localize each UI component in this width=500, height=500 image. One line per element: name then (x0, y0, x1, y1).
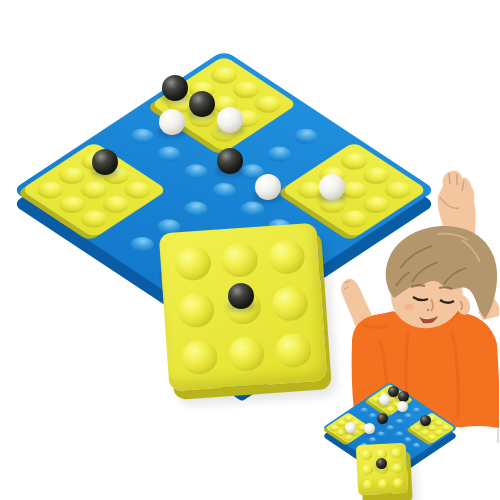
pop-bump-blue (179, 161, 212, 182)
pop-bump-blue (290, 125, 323, 146)
white-marble (319, 174, 345, 200)
black-marble (189, 91, 215, 117)
pop-bump-blue (385, 424, 396, 431)
pop-bump-blue (367, 436, 378, 443)
pop-bump-yellow (227, 336, 265, 372)
white-marble (397, 401, 408, 412)
pop-bump-yellow (377, 479, 389, 490)
white-marble (159, 109, 185, 135)
white-marble (217, 107, 243, 133)
pop-bump-blue (359, 407, 370, 414)
black-marble (217, 148, 243, 174)
pop-bump-yellow (362, 479, 374, 490)
pop-bump-yellow (392, 478, 404, 489)
pop-bump-blue (263, 143, 296, 164)
white-marble (379, 394, 390, 405)
pop-bump-blue (394, 418, 405, 425)
pop-bump-yellow (268, 238, 306, 274)
black-marble (420, 415, 431, 426)
black-marble (228, 283, 254, 309)
pop-bump-yellow (360, 449, 372, 460)
pop-bump-blue (402, 436, 413, 443)
crop-artifact-line (497, 429, 499, 443)
white-marble (255, 174, 281, 200)
toys-layer (0, 0, 500, 500)
pop-bump-yellow (173, 245, 211, 281)
pop-bump-yellow (271, 286, 309, 322)
pop-bump-blue (411, 407, 422, 414)
black-marble (377, 413, 388, 424)
black-marble (398, 391, 409, 402)
product-photo-scene (0, 0, 500, 500)
white-marble (364, 423, 375, 434)
pop-bump-blue (402, 412, 413, 419)
pop-bump-blue (208, 179, 241, 200)
white-marble (345, 422, 356, 433)
black-marble (376, 458, 387, 469)
pop-bump-yellow (390, 448, 402, 459)
pop-bump-blue (394, 431, 405, 438)
pop-bump-blue (179, 198, 212, 219)
pop-bump-blue (126, 125, 159, 146)
black-marble (92, 149, 118, 175)
black-marble (388, 386, 399, 397)
pop-bump-blue (126, 233, 159, 254)
pop-bump-yellow (361, 464, 373, 475)
black-marble (162, 75, 188, 101)
pop-bump-yellow (221, 242, 259, 278)
pop-bump-yellow (177, 292, 215, 328)
pop-bump-yellow (391, 463, 403, 474)
pop-bump-blue (411, 442, 422, 449)
pop-bump-blue (153, 143, 186, 164)
main-board-quadrant-panel-tl (150, 56, 297, 153)
pop-bump-yellow (274, 333, 312, 369)
pop-bump-blue (376, 431, 387, 438)
pop-bump-yellow (180, 339, 218, 375)
